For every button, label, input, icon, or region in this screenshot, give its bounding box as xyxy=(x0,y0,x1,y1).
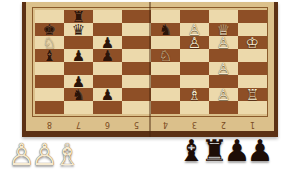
board-square[interactable]: ♙ xyxy=(209,88,238,101)
board-fold-seam xyxy=(149,2,151,137)
board-square[interactable] xyxy=(122,75,151,88)
board-square[interactable] xyxy=(122,49,151,62)
board-square[interactable] xyxy=(122,62,151,75)
board-square[interactable] xyxy=(238,62,267,75)
piece-bN[interactable]: ♞ xyxy=(151,23,180,37)
piece-bN[interactable]: ♞ xyxy=(64,88,93,102)
board-square[interactable]: ♟ xyxy=(93,88,122,101)
board-square[interactable] xyxy=(64,101,93,114)
board-square[interactable] xyxy=(35,75,64,88)
piece-bP[interactable]: ♟ xyxy=(93,88,122,102)
board-square[interactable]: ♛ xyxy=(64,23,93,36)
board-square[interactable]: ♞ xyxy=(151,23,180,36)
board-square[interactable]: ♞ xyxy=(64,88,93,101)
board-square[interactable]: ♙ xyxy=(209,36,238,49)
board-square[interactable]: ♙ xyxy=(209,62,238,75)
board-square[interactable]: ♘ xyxy=(151,49,180,62)
captured-black-pieces: ♝♜♟♟ xyxy=(178,136,270,166)
board-square[interactable] xyxy=(35,101,64,114)
board-square[interactable] xyxy=(122,101,151,114)
board-square[interactable]: ♗ xyxy=(180,88,209,101)
piece-bP[interactable]: ♟ xyxy=(64,49,93,63)
piece-bB[interactable]: ♝ xyxy=(35,49,64,63)
board-square[interactable] xyxy=(122,10,151,23)
captured-white-pieces: ♙♙♗ xyxy=(8,140,77,170)
piece-wN[interactable]: ♘ xyxy=(151,49,180,63)
board-square[interactable] xyxy=(93,10,122,23)
board-square[interactable] xyxy=(93,62,122,75)
piece-wP[interactable]: ♙ xyxy=(209,88,238,102)
board-square[interactable] xyxy=(151,75,180,88)
board-square[interactable] xyxy=(35,88,64,101)
board-square[interactable] xyxy=(35,62,64,75)
board-square[interactable] xyxy=(122,88,151,101)
board-square[interactable]: ♟ xyxy=(64,49,93,62)
board-square[interactable]: ♝ xyxy=(35,49,64,62)
board-square[interactable]: ♖ xyxy=(238,88,267,101)
board-square[interactable] xyxy=(151,101,180,114)
coordinate-label: 8 xyxy=(35,118,64,131)
coordinate-label: 4 xyxy=(151,118,180,131)
piece-bQ[interactable]: ♛ xyxy=(64,23,93,37)
board-square[interactable] xyxy=(209,101,238,114)
piece-wP[interactable]: ♙ xyxy=(209,62,238,76)
board-square[interactable] xyxy=(180,62,209,75)
chess-board: ♜♚♛♞♙♕♘♟♙♙♔♝♟♟♘♙♟♞♟♗♙♖ 87654321 xyxy=(22,2,278,137)
coordinate-label: 3 xyxy=(180,118,209,131)
board-square[interactable] xyxy=(122,23,151,36)
piece-wK[interactable]: ♔ xyxy=(238,36,267,50)
coordinate-label: 7 xyxy=(64,118,93,131)
board-square[interactable] xyxy=(180,101,209,114)
piece-wP[interactable]: ♙ xyxy=(180,36,209,50)
piece-wP[interactable]: ♙ xyxy=(209,36,238,50)
coordinate-label: 1 xyxy=(238,118,267,131)
coordinate-label: 2 xyxy=(209,118,238,131)
captured-piece-bP[interactable]: ♟ xyxy=(247,136,274,166)
board-square[interactable] xyxy=(238,101,267,114)
captured-piece-wB[interactable]: ♗ xyxy=(54,140,81,170)
piece-wB[interactable]: ♗ xyxy=(180,88,209,102)
coordinate-label: 5 xyxy=(122,118,151,131)
coordinate-label: 6 xyxy=(93,118,122,131)
board-square[interactable] xyxy=(180,49,209,62)
board-square[interactable] xyxy=(238,10,267,23)
piece-bP[interactable]: ♟ xyxy=(93,49,122,63)
board-square[interactable] xyxy=(151,88,180,101)
board-square[interactable]: ♔ xyxy=(238,36,267,49)
board-square[interactable] xyxy=(151,62,180,75)
board-square[interactable]: ♟ xyxy=(93,49,122,62)
board-square[interactable] xyxy=(93,101,122,114)
board-square[interactable] xyxy=(122,36,151,49)
board-square[interactable]: ♙ xyxy=(180,36,209,49)
piece-wR[interactable]: ♖ xyxy=(238,88,267,102)
board-square[interactable] xyxy=(238,49,267,62)
